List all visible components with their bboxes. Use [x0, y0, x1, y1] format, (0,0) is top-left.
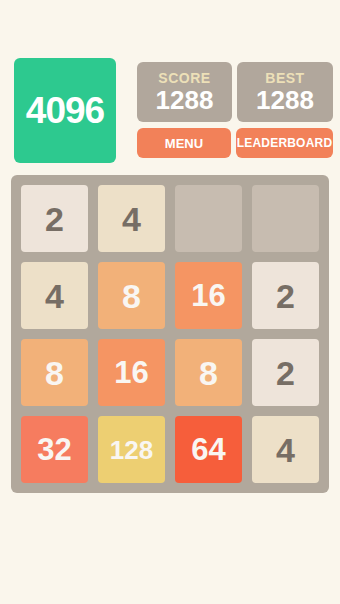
leaderboard-button[interactable]: LEADERBOARD: [236, 128, 333, 158]
tile-8-r2c2: 8: [98, 262, 165, 329]
score-box: SCORE 1288: [137, 62, 232, 122]
logo-tile-4096: 4096: [14, 58, 116, 163]
empty-cell-r1c4: [252, 185, 319, 252]
board[interactable]: 24481628168232128644: [11, 175, 329, 493]
tile-4-r2c1: 4: [21, 262, 88, 329]
tile-8-r3c1: 8: [21, 339, 88, 406]
tile-32-r4c1: 32: [21, 416, 88, 483]
tile-2-r1c1: 2: [21, 185, 88, 252]
menu-button[interactable]: MENU: [137, 128, 231, 158]
empty-cell-r1c3: [175, 185, 242, 252]
tile-128-r4c2: 128: [98, 416, 165, 483]
best-label: BEST: [265, 70, 304, 86]
score-value: 1288: [156, 86, 214, 115]
app-2048: 4096 SCORE 1288 BEST 1288 MENU LEADERBOA…: [0, 0, 340, 604]
tile-4-r1c2: 4: [98, 185, 165, 252]
tile-4-r4c4: 4: [252, 416, 319, 483]
tile-16-r3c2: 16: [98, 339, 165, 406]
best-value: 1288: [256, 86, 314, 115]
tile-16-r2c3: 16: [175, 262, 242, 329]
tile-8-r3c3: 8: [175, 339, 242, 406]
tile-2-r2c4: 2: [252, 262, 319, 329]
score-label: SCORE: [158, 70, 210, 86]
best-box: BEST 1288: [237, 62, 333, 122]
tile-2-r3c4: 2: [252, 339, 319, 406]
tile-64-r4c3: 64: [175, 416, 242, 483]
